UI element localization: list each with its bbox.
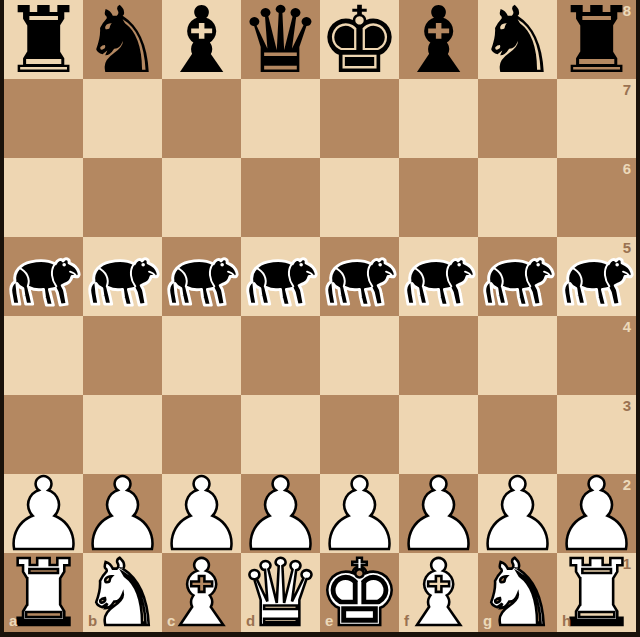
bear-icon <box>558 252 635 313</box>
square-c8[interactable]: ♝ <box>162 0 241 79</box>
square-d5[interactable] <box>241 237 320 316</box>
bear-icon <box>400 252 477 313</box>
square-b4[interactable] <box>83 316 162 395</box>
piece-black-knight[interactable]: ♞ <box>81 1 163 80</box>
piece-black-bear[interactable] <box>321 252 398 313</box>
square-h8[interactable]: ♜8 <box>557 0 636 79</box>
square-e8[interactable]: ♚ <box>320 0 399 79</box>
piece-black-bear[interactable] <box>84 252 161 313</box>
square-b8[interactable]: ♞ <box>83 0 162 79</box>
piece-black-king[interactable]: ♚ <box>318 1 400 80</box>
rank-label-5: 5 <box>623 240 631 255</box>
rank-label-2: 2 <box>623 477 631 492</box>
square-g1[interactable]: ♞g <box>478 553 557 632</box>
square-d1[interactable]: ♛d <box>241 553 320 632</box>
rank-label-1: 1 <box>623 556 631 571</box>
square-g6[interactable] <box>478 158 557 237</box>
file-label-d: d <box>246 613 255 628</box>
square-g4[interactable] <box>478 316 557 395</box>
square-a8[interactable]: ♜ <box>4 0 83 79</box>
piece-black-knight[interactable]: ♞ <box>476 1 558 80</box>
square-e1[interactable]: ♚e <box>320 553 399 632</box>
piece-black-queen[interactable]: ♛ <box>239 1 321 80</box>
square-e5[interactable] <box>320 237 399 316</box>
square-h4[interactable]: 4 <box>557 316 636 395</box>
bear-icon <box>242 252 319 313</box>
file-label-a: a <box>9 613 17 628</box>
bear-icon <box>5 252 82 313</box>
square-e6[interactable] <box>320 158 399 237</box>
square-a1[interactable]: ♜a <box>4 553 83 632</box>
piece-black-bear[interactable] <box>242 252 319 313</box>
piece-black-bear[interactable] <box>400 252 477 313</box>
piece-black-rook[interactable]: ♜ <box>2 1 84 80</box>
rank-label-4: 4 <box>623 319 631 334</box>
bear-icon <box>163 252 240 313</box>
square-g5[interactable] <box>478 237 557 316</box>
rank-label-7: 7 <box>623 82 631 97</box>
square-c1[interactable]: ♝c <box>162 553 241 632</box>
square-h5[interactable]: 5 <box>557 237 636 316</box>
file-label-b: b <box>88 613 97 628</box>
square-f1[interactable]: ♝f <box>399 553 478 632</box>
square-d4[interactable] <box>241 316 320 395</box>
piece-black-bear[interactable] <box>163 252 240 313</box>
bear-icon <box>479 252 556 313</box>
piece-black-bishop[interactable]: ♝ <box>160 1 242 80</box>
square-f6[interactable] <box>399 158 478 237</box>
piece-white-bishop[interactable]: ♝ <box>397 554 479 633</box>
piece-black-bishop[interactable]: ♝ <box>397 1 479 80</box>
file-label-g: g <box>483 613 492 628</box>
square-a6[interactable] <box>4 158 83 237</box>
bear-icon <box>321 252 398 313</box>
square-c5[interactable] <box>162 237 241 316</box>
file-label-h: h <box>562 613 571 628</box>
square-d8[interactable]: ♛ <box>241 0 320 79</box>
rank-label-6: 6 <box>623 161 631 176</box>
square-e4[interactable] <box>320 316 399 395</box>
square-a5[interactable] <box>4 237 83 316</box>
file-label-f: f <box>404 613 409 628</box>
square-h6[interactable]: 6 <box>557 158 636 237</box>
rank-label-3: 3 <box>623 398 631 413</box>
file-label-c: c <box>167 613 175 628</box>
rank-label-8: 8 <box>623 3 631 18</box>
piece-black-bear[interactable] <box>479 252 556 313</box>
square-f8[interactable]: ♝ <box>399 0 478 79</box>
square-a4[interactable] <box>4 316 83 395</box>
bear-icon <box>84 252 161 313</box>
square-f4[interactable] <box>399 316 478 395</box>
square-h1[interactable]: ♜1h <box>557 553 636 632</box>
square-b6[interactable] <box>83 158 162 237</box>
piece-black-bear[interactable] <box>558 252 635 313</box>
piece-black-bear[interactable] <box>5 252 82 313</box>
square-d6[interactable] <box>241 158 320 237</box>
square-c4[interactable] <box>162 316 241 395</box>
square-b1[interactable]: ♞b <box>83 553 162 632</box>
square-b5[interactable] <box>83 237 162 316</box>
chess-board: ♜♞♝♛♚♝♞♜876 <box>4 0 636 632</box>
square-c6[interactable] <box>162 158 241 237</box>
square-f5[interactable] <box>399 237 478 316</box>
file-label-e: e <box>325 613 333 628</box>
square-g8[interactable]: ♞ <box>478 0 557 79</box>
chess-screenshot: { "game": "chess variant – bear chess (b… <box>0 0 640 637</box>
